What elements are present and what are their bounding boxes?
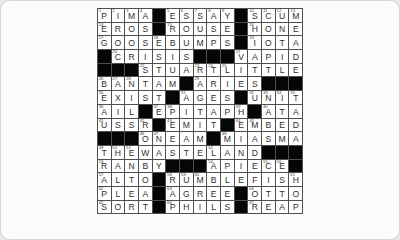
cell-r15c15[interactable]: P [289,201,302,214]
cell-r7c14[interactable]: 34I [276,91,289,104]
cell-letter: E [225,24,231,35]
cell-r7c13[interactable]: 33N [262,91,275,104]
clue-number: 38 [167,105,172,110]
cell-r6c4[interactable]: T [139,77,152,90]
cell-r14c2[interactable]: L [112,187,125,200]
clue-number: 30 [99,91,104,96]
cell-r13c2[interactable]: L [112,173,125,186]
cell-r10c4[interactable]: 46O [139,132,152,145]
cell-r3c8[interactable]: M [194,36,207,49]
cell-r6c11[interactable]: E [235,77,248,90]
clue-number: 9 [222,9,224,14]
black-cell-r14c11 [235,187,248,200]
cell-r4c6[interactable]: I [166,50,179,63]
cell-r7c9[interactable]: E [207,91,220,104]
cell-r2c9[interactable]: S [207,23,220,36]
cell-r8c10[interactable]: P [221,105,234,118]
cell-r1c1[interactable]: 1P [98,9,111,22]
cell-r8c3[interactable]: L [125,105,138,118]
cell-letter: D [252,148,258,159]
cell-r6c6[interactable]: M [166,77,179,90]
cell-r15c14[interactable]: A [276,201,289,214]
cell-letter: T [143,79,148,90]
cell-r8c11[interactable]: 39H [235,105,248,118]
cell-r6c3[interactable]: 28N [125,77,138,90]
cell-r14c4[interactable]: A [139,187,152,200]
cell-r11c12[interactable]: D [248,146,261,159]
cell-r10c15[interactable]: A [289,132,302,145]
crossword-grid: 1P2I3M4A5E6S7S8A9Y10S11C12U13M14EROS15RO… [97,8,303,214]
black-cell-r6c7 [180,77,193,90]
cell-r13c6[interactable]: 58R [166,173,179,186]
cell-letter: F [252,175,257,186]
cell-r2c4[interactable]: S [139,23,152,36]
cell-r10c14[interactable]: M [276,132,289,145]
cell-letter: O [128,24,135,35]
cell-r8c15[interactable]: A [289,105,302,118]
cell-r3c2[interactable]: O [112,36,125,49]
cell-r15c10[interactable]: S [221,201,234,214]
cell-r10c10[interactable]: 48M [221,132,234,145]
cell-r6c2[interactable]: 27A [112,77,125,90]
cell-r4c11[interactable]: 21V [235,50,248,63]
cell-letter: T [197,107,202,118]
cell-r9c6[interactable]: 43E [166,119,179,132]
clue-number: 44 [236,119,241,124]
cell-r12c5[interactable]: Y [153,160,166,173]
cell-r9c2[interactable]: S [112,119,125,132]
cell-r13c14[interactable]: S [276,173,289,186]
cell-letter: E [170,134,176,145]
cell-letter: S [252,79,258,90]
cell-r15c1[interactable]: 65S [98,201,111,214]
cell-r14c13[interactable]: T [262,187,275,200]
cell-r7c3[interactable]: I [125,91,138,104]
clue-number: 22 [140,64,145,69]
cell-r8c9[interactable]: A [207,105,220,118]
cell-r11c2[interactable]: 50H [112,146,125,159]
cell-r2c12[interactable]: 16H [248,23,261,36]
black-cell-r8c12 [248,105,261,118]
black-cell-r9c10 [221,119,234,132]
cell-r8c7[interactable]: I [180,105,193,118]
cell-letter: M [196,134,203,145]
cell-letter: S [225,202,231,213]
cell-r6c12[interactable]: S [248,77,261,90]
black-cell-r12c7 [180,160,193,173]
clue-number: 4 [140,9,142,14]
clue-number: 6 [181,9,183,14]
black-cell-r14c5 [153,187,166,200]
cell-letter: B [266,120,272,131]
cell-letter: M [196,38,203,49]
cell-r1c12[interactable]: 10S [248,9,261,22]
clue-number: 42 [140,119,145,124]
cell-r12c3[interactable]: N [125,160,138,173]
clue-number: 50 [112,146,117,151]
black-cell-r10c1 [98,132,111,145]
cell-r4c12[interactable]: A [248,50,261,63]
cell-r12c14[interactable]: 56E [276,160,289,173]
cell-r9c12[interactable]: 45M [248,119,261,132]
cell-r6c9[interactable]: R [207,77,220,90]
cell-letter: L [225,175,230,186]
clue-number: 59 [181,173,186,178]
cell-r5c11[interactable]: I [235,64,248,77]
clue-number: 39 [236,105,241,110]
cell-r2c14[interactable]: N [276,23,289,36]
clue-number: 67 [249,201,254,206]
cell-letter: R [115,24,121,35]
cell-r4c7[interactable]: S [180,50,193,63]
cell-r11c5[interactable]: A [153,146,166,159]
cell-r10c8[interactable]: M [194,132,207,145]
cell-r2c6[interactable]: 15R [166,23,179,36]
cell-r3c9[interactable]: P [207,36,220,49]
cell-r13c9[interactable]: B [207,173,220,186]
clue-number: 52 [208,146,213,151]
cell-r2c2[interactable]: R [112,23,125,36]
cell-r1c6[interactable]: 5E [166,9,179,22]
cell-letter: A [293,38,299,49]
cell-r6c5[interactable]: A [153,77,166,90]
black-cell-r4c8 [194,50,207,63]
cell-r1c15[interactable]: 13M [289,9,302,22]
cell-r3c1[interactable]: 17G [98,36,111,49]
cell-r14c7[interactable]: G [180,187,193,200]
cell-r13c12[interactable]: F [248,173,261,186]
cell-letter: S [197,11,203,22]
cell-r10c5[interactable]: 47N [153,132,166,145]
cell-letter: A [279,202,285,213]
cell-r8c1[interactable]: 36A [98,105,111,118]
cell-r14c15[interactable]: O [289,187,302,200]
cell-letter: P [211,38,217,49]
cell-r14c9[interactable]: E [207,187,220,200]
cell-r14c3[interactable]: E [125,187,138,200]
cell-letter: L [280,65,285,76]
cell-letter: E [170,11,176,22]
cell-r8c5[interactable]: 37E [153,105,166,118]
cell-letter: I [144,52,146,63]
cell-r1c2[interactable]: 2I [112,9,125,22]
cell-letter: S [266,134,272,145]
cell-r4c15[interactable]: D [289,50,302,63]
cell-r7c12[interactable]: 32U [248,91,261,104]
black-cell-r8c4 [139,105,152,118]
cell-r15c12[interactable]: 67R [248,201,261,214]
cell-r13c1[interactable]: 57A [98,173,111,186]
cell-letter: A [142,11,148,22]
black-cell-r7c6 [166,91,179,104]
cell-r14c10[interactable]: E [221,187,234,200]
cell-r13c11[interactable]: E [235,173,248,186]
black-cell-r13c5 [153,173,166,186]
clue-number: 61 [290,173,295,178]
cell-r15c7[interactable]: H [180,201,193,214]
cell-r5c15[interactable]: E [289,64,302,77]
cell-letter: S [142,93,148,104]
cell-r13c13[interactable]: I [262,173,275,186]
cell-letter: E [252,161,258,172]
cell-letter: S [211,24,217,35]
cell-r3c6[interactable]: B [166,36,179,49]
cell-letter: A [293,107,299,118]
cell-r7c15[interactable]: 35T [289,91,302,104]
cell-letter: I [117,107,119,118]
cell-r15c9[interactable]: L [207,201,220,214]
cell-r1c3[interactable]: 3M [125,9,138,22]
cell-r2c8[interactable]: U [194,23,207,36]
cell-r11c8[interactable]: E [194,146,207,159]
cell-letter: T [252,65,257,76]
clue-number: 60 [194,173,199,178]
cell-r1c7[interactable]: 6S [180,9,193,22]
cell-r3c15[interactable]: A [289,36,302,49]
cell-r13c4[interactable]: O [139,173,152,186]
cell-r14c14[interactable]: T [276,187,289,200]
cell-r5c13[interactable]: T [262,64,275,77]
cell-r7c8[interactable]: G [194,91,207,104]
clue-number: 33 [263,91,268,96]
clue-number: 3 [126,9,128,14]
cell-letter: L [129,107,134,118]
cell-r6c10[interactable]: I [221,77,234,90]
clue-number: 32 [249,91,254,96]
cell-r15c2[interactable]: O [112,201,125,214]
black-cell-r3c11 [235,36,248,49]
cell-r7c4[interactable]: S [139,91,152,104]
cell-letter: Y [156,161,162,172]
clue-number: 35 [290,91,295,96]
cell-letter: I [130,93,132,104]
cell-r14c1[interactable]: 62P [98,187,111,200]
cell-r15c13[interactable]: E [262,201,275,214]
cell-r8c14[interactable]: T [276,105,289,118]
cell-letter: N [238,148,244,159]
cell-r1c4[interactable]: 4A [139,9,152,22]
cell-letter: A [115,161,121,172]
clue-number: 48 [222,132,227,137]
black-cell-r10c2 [112,132,125,145]
cell-letter: U [183,38,189,49]
cell-r3c14[interactable]: T [276,36,289,49]
cell-letter: S [170,148,176,159]
cell-r10c11[interactable]: I [235,132,248,145]
cell-r2c15[interactable]: E [289,23,302,36]
cell-r12c9[interactable]: 54A [207,160,220,173]
cell-r5c4[interactable]: 22S [139,64,152,77]
cell-r11c4[interactable]: W [139,146,152,159]
black-cell-r12c15 [289,160,302,173]
cell-r13c7[interactable]: 59U [180,173,193,186]
cell-r2c1[interactable]: 14E [98,23,111,36]
cell-r2c10[interactable]: E [221,23,234,36]
cell-r7c10[interactable]: S [221,91,234,104]
cell-letter: S [115,120,121,131]
cell-r12c2[interactable]: A [112,160,125,173]
cell-r1c9[interactable]: 8A [207,9,220,22]
cell-letter: A [156,148,162,159]
cell-r3c3[interactable]: O [125,36,138,49]
cell-r3c5[interactable]: 18E [153,36,166,49]
cell-letter: A [252,134,258,145]
cell-r11c6[interactable]: S [166,146,179,159]
clue-number: 2 [112,9,114,14]
cell-r5c12[interactable]: T [248,64,261,77]
cell-r7c5[interactable]: T [153,91,166,104]
cell-r12c12[interactable]: E [248,160,261,173]
cell-r9c9[interactable]: T [207,119,220,132]
cell-r2c3[interactable]: O [125,23,138,36]
cell-r1c13[interactable]: 11C [262,9,275,22]
cell-letter: E [211,93,217,104]
cell-letter: S [142,38,148,49]
cell-letter: T [280,38,285,49]
cell-r11c1[interactable]: 49T [98,146,111,159]
cell-r3c7[interactable]: U [180,36,193,49]
cell-r9c14[interactable]: E [276,119,289,132]
cell-letter: T [184,148,189,159]
cell-r10c7[interactable]: A [180,132,193,145]
clue-number: 64 [249,187,254,192]
cell-r1c8[interactable]: 7S [194,9,207,22]
clue-number: 7 [194,9,196,14]
clue-number: 51 [126,146,131,151]
cell-r4c3[interactable]: R [125,50,138,63]
cell-r9c4[interactable]: 42R [139,119,152,132]
cell-r10c6[interactable]: E [166,132,179,145]
cell-r11c9[interactable]: 52L [207,146,220,159]
clue-number: 16 [249,23,254,28]
cell-letter: S [129,120,135,131]
cell-r4c13[interactable]: P [262,50,275,63]
cell-letter: T [211,120,216,131]
cell-r4c14[interactable]: I [276,50,289,63]
cell-letter: I [240,65,242,76]
cell-r9c13[interactable]: B [262,119,275,132]
cell-r5c7[interactable]: A [180,64,193,77]
cell-r14c6[interactable]: 63A [166,187,179,200]
cell-letter: S [156,52,162,63]
cell-r15c3[interactable]: R [125,201,138,214]
cell-letter: D [293,52,299,63]
cell-r1c14[interactable]: 12U [276,9,289,22]
clue-number: 1 [99,9,101,14]
cell-r7c7[interactable]: 31A [180,91,193,104]
cell-r14c12[interactable]: 64O [248,187,261,200]
cell-r13c10[interactable]: L [221,173,234,186]
cell-r12c10[interactable]: P [221,160,234,173]
cell-r13c15[interactable]: 61H [289,173,302,186]
cell-r5c6[interactable]: U [166,64,179,77]
cell-r8c8[interactable]: T [194,105,207,118]
cell-r7c2[interactable]: X [112,91,125,104]
cell-r11c10[interactable]: A [221,146,234,159]
clue-number: 63 [167,187,172,192]
cell-r15c6[interactable]: 66P [166,201,179,214]
cell-r12c4[interactable]: B [139,160,152,173]
cell-r5c10[interactable]: 25L [221,64,234,77]
clue-number: 45 [249,119,254,124]
cell-r11c3[interactable]: 51E [125,146,138,159]
black-cell-r10c9 [207,132,220,145]
cell-r10c12[interactable]: A [248,132,261,145]
cell-r11c11[interactable]: N [235,146,248,159]
cell-r2c13[interactable]: O [262,23,275,36]
clue-number: 56 [277,160,282,165]
clue-number: 28 [126,77,131,82]
cell-letter: A [225,148,231,159]
cell-letter: U [197,24,203,35]
cell-r8c6[interactable]: 38P [166,105,179,118]
cell-r9c8[interactable]: I [194,119,207,132]
cell-r6c8[interactable]: 29A [194,77,207,90]
clue-number: 58 [167,173,172,178]
cell-r9c7[interactable]: M [180,119,193,132]
clue-number: 10 [249,9,254,14]
cell-r4c5[interactable]: S [153,50,166,63]
cell-r6c1[interactable]: 26B [98,77,111,90]
cell-r9c15[interactable]: D [289,119,302,132]
cell-r9c11[interactable]: 44E [235,119,248,132]
cell-r9c1[interactable]: 41U [98,119,111,132]
cell-r13c3[interactable]: T [125,173,138,186]
cell-r2c7[interactable]: O [180,23,193,36]
cell-r15c8[interactable]: I [194,201,207,214]
cell-r8c13[interactable]: 40A [262,105,275,118]
cell-letter: B [211,175,217,186]
cell-letter: S [279,175,285,186]
clue-number: 20 [112,50,117,55]
cell-letter: I [199,202,201,213]
cell-r5c9[interactable]: 24T [207,64,220,77]
black-cell-r4c10 [221,50,234,63]
cell-r8c2[interactable]: I [112,105,125,118]
cell-r12c11[interactable]: I [235,160,248,173]
black-cell-r11c15 [289,146,302,159]
cell-letter: M [169,79,176,90]
cell-r5c14[interactable]: L [276,64,289,77]
cell-r12c13[interactable]: 55C [262,160,275,173]
cell-r15c4[interactable]: T [139,201,152,214]
cell-r3c13[interactable]: O [262,36,275,49]
cell-letter: E [293,24,299,35]
cell-letter: R [128,52,134,63]
cell-r3c10[interactable]: S [221,36,234,49]
cell-r3c12[interactable]: 19I [248,36,261,49]
cell-r11c7[interactable]: T [180,146,193,159]
black-cell-r10c3 [125,132,138,145]
black-cell-r11c13 [262,146,275,159]
cell-r13c8[interactable]: 60M [194,173,207,186]
cell-r5c5[interactable]: T [153,64,166,77]
cell-r4c2[interactable]: 20C [112,50,125,63]
cell-r5c8[interactable]: 23R [194,64,207,77]
cell-r3c4[interactable]: S [139,36,152,49]
cell-r7c1[interactable]: 30E [98,91,111,104]
cell-letter: I [117,11,119,22]
cell-letter: P [101,11,107,22]
cell-r4c4[interactable]: I [139,50,152,63]
cell-r10c13[interactable]: S [262,132,275,145]
cell-r9c3[interactable]: S [125,119,138,132]
clue-number: 37 [153,105,158,110]
cell-r12c1[interactable]: 53R [98,160,111,173]
cell-r1c10[interactable]: 9Y [221,9,234,22]
cell-r14c8[interactable]: R [194,187,207,200]
black-cell-r5c3 [125,64,138,77]
